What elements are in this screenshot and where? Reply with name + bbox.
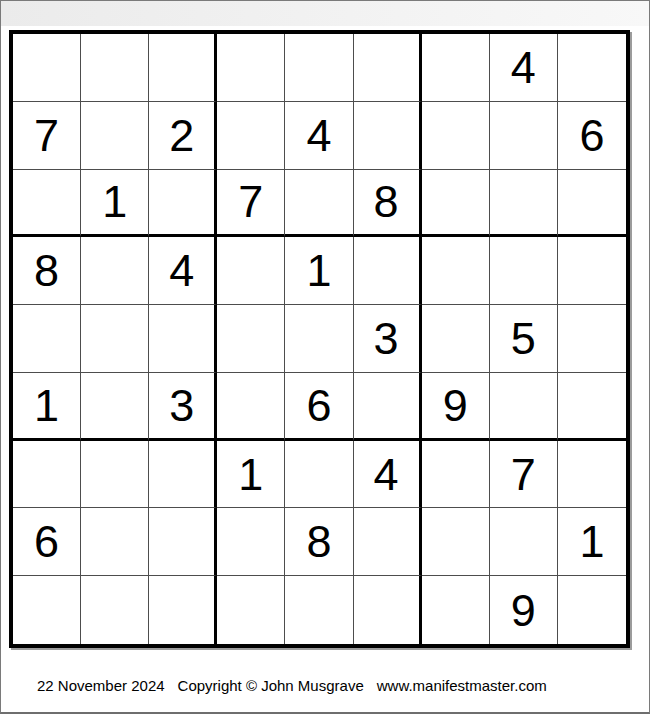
cell-r4c2 <box>81 237 149 305</box>
cell-r1c3 <box>149 34 217 102</box>
cell-r3c2: 1 <box>81 170 149 238</box>
cell-r9c3 <box>149 576 217 644</box>
cell-r2c5: 4 <box>285 102 353 170</box>
cell-r1c6 <box>354 34 422 102</box>
cell-r8c9: 1 <box>558 508 626 576</box>
footer-website: www.manifestmaster.com <box>377 677 547 694</box>
cell-r7c9 <box>558 441 626 509</box>
cell-r8c8 <box>490 508 558 576</box>
cell-r6c6 <box>354 373 422 441</box>
cell-r6c2 <box>81 373 149 441</box>
cell-r5c9 <box>558 305 626 373</box>
cell-r6c5: 6 <box>285 373 353 441</box>
header-strip <box>1 1 649 26</box>
cell-r5c4 <box>217 305 285 373</box>
cell-r7c4: 1 <box>217 441 285 509</box>
cell-r7c6: 4 <box>354 441 422 509</box>
footer-date: 22 November 2024 <box>37 677 165 694</box>
cell-r2c2 <box>81 102 149 170</box>
cell-r8c5: 8 <box>285 508 353 576</box>
cell-r7c2 <box>81 441 149 509</box>
cell-r9c8: 9 <box>490 576 558 644</box>
cell-r2c8 <box>490 102 558 170</box>
cell-r3c4: 7 <box>217 170 285 238</box>
cell-r8c6 <box>354 508 422 576</box>
cell-r7c5 <box>285 441 353 509</box>
cell-r3c1 <box>13 170 81 238</box>
cell-r5c5 <box>285 305 353 373</box>
cell-r8c4 <box>217 508 285 576</box>
cell-r1c4 <box>217 34 285 102</box>
cell-r2c6 <box>354 102 422 170</box>
cell-r1c2 <box>81 34 149 102</box>
cell-r1c9 <box>558 34 626 102</box>
cell-r4c6 <box>354 237 422 305</box>
cell-r5c1 <box>13 305 81 373</box>
cell-r4c5: 1 <box>285 237 353 305</box>
cell-r2c1: 7 <box>13 102 81 170</box>
cell-r9c9 <box>558 576 626 644</box>
cell-r3c5 <box>285 170 353 238</box>
cell-r9c7 <box>422 576 490 644</box>
cell-r5c8: 5 <box>490 305 558 373</box>
cell-r5c6: 3 <box>354 305 422 373</box>
cell-r7c8: 7 <box>490 441 558 509</box>
cell-r2c3: 2 <box>149 102 217 170</box>
cell-r2c7 <box>422 102 490 170</box>
cell-r9c6 <box>354 576 422 644</box>
cell-r4c3: 4 <box>149 237 217 305</box>
sudoku-board: 472461788413513691476819 <box>9 30 630 648</box>
cell-r1c7 <box>422 34 490 102</box>
cell-r8c2 <box>81 508 149 576</box>
cell-r4c1: 8 <box>13 237 81 305</box>
page-footer: 22 November 2024 Copyright © John Musgra… <box>37 677 547 694</box>
cell-r4c7 <box>422 237 490 305</box>
cell-r3c6: 8 <box>354 170 422 238</box>
cell-r6c3: 3 <box>149 373 217 441</box>
cell-r8c3 <box>149 508 217 576</box>
cell-r6c1: 1 <box>13 373 81 441</box>
cell-r8c7 <box>422 508 490 576</box>
cell-r5c7 <box>422 305 490 373</box>
cell-r4c8 <box>490 237 558 305</box>
cell-r6c8 <box>490 373 558 441</box>
cell-r3c7 <box>422 170 490 238</box>
cell-r8c1: 6 <box>13 508 81 576</box>
cell-r3c9 <box>558 170 626 238</box>
cell-r7c3 <box>149 441 217 509</box>
cell-r4c4 <box>217 237 285 305</box>
cell-r2c9: 6 <box>558 102 626 170</box>
cell-r5c3 <box>149 305 217 373</box>
cell-r9c4 <box>217 576 285 644</box>
cell-r6c4 <box>217 373 285 441</box>
cell-r3c3 <box>149 170 217 238</box>
cell-r7c1 <box>13 441 81 509</box>
cell-r3c8 <box>490 170 558 238</box>
cell-r2c4 <box>217 102 285 170</box>
cell-r6c7: 9 <box>422 373 490 441</box>
cell-r9c5 <box>285 576 353 644</box>
cell-r1c8: 4 <box>490 34 558 102</box>
cell-r4c9 <box>558 237 626 305</box>
cell-r6c9 <box>558 373 626 441</box>
cell-r9c2 <box>81 576 149 644</box>
page: 472461788413513691476819 22 November 202… <box>0 0 650 720</box>
footer-copyright: Copyright © John Musgrave <box>178 677 364 694</box>
cell-r1c1 <box>13 34 81 102</box>
cell-r7c7 <box>422 441 490 509</box>
cell-r5c2 <box>81 305 149 373</box>
cell-r1c5 <box>285 34 353 102</box>
cell-r9c1 <box>13 576 81 644</box>
